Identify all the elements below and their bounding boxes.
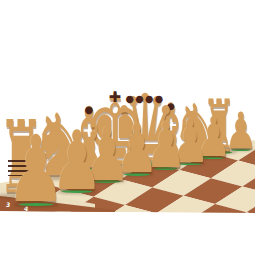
- white-pawn-a-glyph: ♟: [3, 124, 69, 216]
- piece-layer: ♜♞♝●♛●●●●♚✚♝●♞♜♟♟♟♟♟♟♟♟: [0, 0, 255, 255]
- product-photo-chess-set: 34 ♜♞♝●♛●●●●♚✚♝●♞♜♟♟♟♟♟♟♟♟: [0, 0, 255, 255]
- white-pawn-a: ♟: [0, 124, 82, 216]
